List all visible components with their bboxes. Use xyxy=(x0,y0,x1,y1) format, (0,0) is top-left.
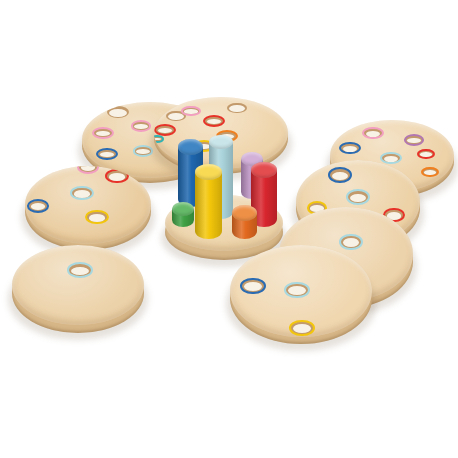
hole-center xyxy=(343,146,358,152)
hole-red xyxy=(154,124,176,136)
hole-center xyxy=(207,119,222,124)
hole-red xyxy=(203,115,225,127)
disc-C[interactable] xyxy=(25,166,151,250)
hole-center xyxy=(288,286,306,295)
hole-red xyxy=(417,149,435,159)
hole-center xyxy=(31,203,46,210)
hole-center xyxy=(89,214,105,222)
disc-face xyxy=(12,245,144,325)
hole-lightblue xyxy=(67,262,93,278)
hole-pink xyxy=(92,127,114,139)
hole-red xyxy=(105,169,129,184)
hole-lightblue xyxy=(70,186,94,201)
hole-center xyxy=(96,131,111,137)
hole-blue xyxy=(328,167,352,183)
peg-cap xyxy=(195,164,222,180)
hole-center xyxy=(154,138,161,140)
peg-cap xyxy=(251,162,277,178)
peg-green[interactable] xyxy=(172,202,194,227)
hole-center xyxy=(100,152,115,158)
hole-center xyxy=(168,113,184,121)
hole-lightblue xyxy=(284,282,310,299)
peg-cap xyxy=(178,139,203,155)
peg-body xyxy=(195,172,222,239)
hole-violet xyxy=(404,134,424,146)
hole-center xyxy=(71,267,89,275)
hole-plain xyxy=(227,103,247,114)
hole-center xyxy=(350,194,366,203)
peg-orange[interactable] xyxy=(232,205,257,239)
hole-center xyxy=(158,128,173,133)
hole-center xyxy=(420,152,431,157)
hole-pink xyxy=(362,127,384,140)
peg-cap xyxy=(209,135,233,149)
hole-lightblue xyxy=(346,189,370,205)
hole-center xyxy=(366,131,381,137)
hole-pink xyxy=(181,106,201,117)
hole-yellow xyxy=(85,210,109,225)
hole-center xyxy=(81,166,96,171)
peg-yellow[interactable] xyxy=(195,164,222,239)
hole-pink xyxy=(77,166,99,174)
hole-blue xyxy=(339,142,361,155)
hole-blue xyxy=(96,148,118,160)
hole-center xyxy=(293,324,311,333)
disc-face xyxy=(25,166,151,244)
peg-cap xyxy=(232,205,257,221)
hole-center xyxy=(74,190,90,198)
hole-turquoise xyxy=(154,135,164,143)
hole-center xyxy=(109,173,125,181)
hole-center xyxy=(407,138,420,143)
disc-D[interactable] xyxy=(12,245,144,333)
hole-plain xyxy=(107,106,129,118)
disc-E[interactable] xyxy=(230,245,372,344)
hole-center xyxy=(424,170,435,175)
disc-face xyxy=(230,245,372,337)
hole-center xyxy=(134,124,147,129)
toy-scene xyxy=(0,0,458,458)
hole-blue xyxy=(240,278,266,295)
hole-center xyxy=(109,109,127,118)
hole-blue xyxy=(27,199,49,213)
hole-center xyxy=(332,172,348,181)
hole-orange xyxy=(421,167,439,177)
hole-pink xyxy=(131,120,151,131)
hole-center xyxy=(184,109,197,114)
hole-center xyxy=(244,282,262,291)
hole-yellow xyxy=(289,320,315,337)
hole-center xyxy=(136,149,149,154)
peg-cap xyxy=(172,202,194,216)
hole-center xyxy=(229,105,245,113)
